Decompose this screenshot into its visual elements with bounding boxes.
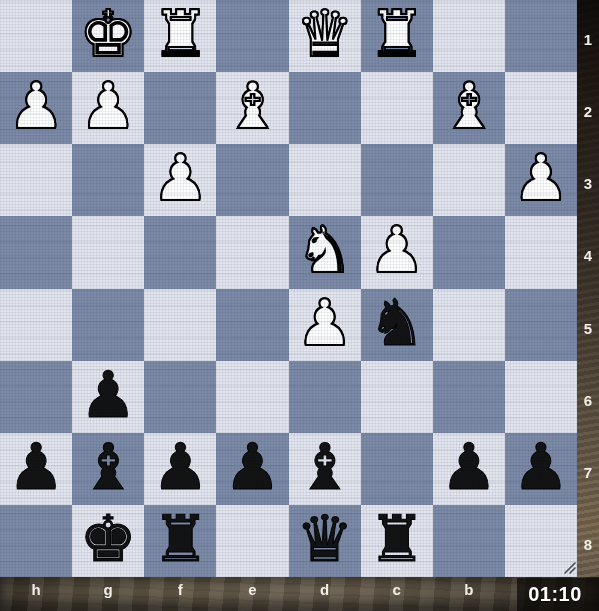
square-h6[interactable] [0, 361, 72, 433]
white-queen[interactable]: ♛ [296, 2, 353, 66]
black-pawn[interactable]: ♟ [440, 435, 497, 499]
file-label-g: g [98, 581, 118, 598]
file-label-f: f [170, 581, 190, 598]
square-a5[interactable] [505, 289, 577, 361]
square-a4[interactable] [505, 216, 577, 288]
square-g7[interactable]: ♝ [72, 433, 144, 505]
white-pawn[interactable]: ♟ [512, 146, 569, 210]
square-c4[interactable]: ♟ [361, 216, 433, 288]
rank-label-3: 3 [577, 175, 599, 192]
white-pawn[interactable]: ♟ [80, 74, 137, 138]
square-e8[interactable] [216, 505, 288, 577]
black-rook[interactable]: ♜ [368, 507, 425, 571]
white-bishop[interactable]: ♝ [440, 74, 497, 138]
file-label-h: h [26, 581, 46, 598]
square-d7[interactable]: ♝ [289, 433, 361, 505]
square-a6[interactable] [505, 361, 577, 433]
square-d2[interactable] [289, 72, 361, 144]
square-e5[interactable] [216, 289, 288, 361]
black-pawn[interactable]: ♟ [7, 435, 64, 499]
square-c7[interactable] [361, 433, 433, 505]
square-e2[interactable]: ♝ [216, 72, 288, 144]
square-g6[interactable]: ♟ [72, 361, 144, 433]
black-pawn[interactable]: ♟ [512, 435, 569, 499]
white-pawn[interactable]: ♟ [152, 146, 209, 210]
square-d3[interactable] [289, 144, 361, 216]
square-b4[interactable] [433, 216, 505, 288]
square-h5[interactable] [0, 289, 72, 361]
square-e7[interactable]: ♟ [216, 433, 288, 505]
white-pawn[interactable]: ♟ [368, 218, 425, 282]
frame-bottom-strip [0, 577, 599, 611]
square-b8[interactable] [433, 505, 505, 577]
chess-game-view: ♚♜♛♜♟♟♝♝♟♟♞♟♟♞♟♟♝♟♟♝♟♟♚♜♛♜ 12345678 hgfe… [0, 0, 599, 611]
square-e4[interactable] [216, 216, 288, 288]
black-pawn[interactable]: ♟ [224, 435, 281, 499]
square-d6[interactable] [289, 361, 361, 433]
frame-right-strip [577, 0, 599, 577]
square-b5[interactable] [433, 289, 505, 361]
square-b7[interactable]: ♟ [433, 433, 505, 505]
square-d8[interactable]: ♛ [289, 505, 361, 577]
square-h8[interactable] [0, 505, 72, 577]
square-e3[interactable] [216, 144, 288, 216]
square-c3[interactable] [361, 144, 433, 216]
white-pawn[interactable]: ♟ [7, 74, 64, 138]
square-h1[interactable] [0, 0, 72, 72]
white-pawn[interactable]: ♟ [296, 291, 353, 355]
square-a1[interactable] [505, 0, 577, 72]
black-bishop[interactable]: ♝ [80, 435, 137, 499]
square-c5[interactable]: ♞ [361, 289, 433, 361]
square-a3[interactable]: ♟ [505, 144, 577, 216]
file-label-e: e [242, 581, 262, 598]
chess-board[interactable]: ♚♜♛♜♟♟♝♝♟♟♞♟♟♞♟♟♝♟♟♝♟♟♚♜♛♜ [0, 0, 577, 577]
file-label-c: c [387, 581, 407, 598]
square-g2[interactable]: ♟ [72, 72, 144, 144]
clock-badge: 01:10 [517, 578, 599, 611]
square-h7[interactable]: ♟ [0, 433, 72, 505]
square-g5[interactable] [72, 289, 144, 361]
file-label-d: d [315, 581, 335, 598]
square-f2[interactable] [144, 72, 216, 144]
square-b2[interactable]: ♝ [433, 72, 505, 144]
white-king[interactable]: ♚ [80, 2, 137, 66]
rank-label-6: 6 [577, 392, 599, 409]
white-rook[interactable]: ♜ [152, 2, 209, 66]
square-f5[interactable] [144, 289, 216, 361]
square-f7[interactable]: ♟ [144, 433, 216, 505]
square-f3[interactable]: ♟ [144, 144, 216, 216]
square-a7[interactable]: ♟ [505, 433, 577, 505]
white-bishop[interactable]: ♝ [224, 74, 281, 138]
file-label-b: b [459, 581, 479, 598]
square-c1[interactable]: ♜ [361, 0, 433, 72]
rank-label-5: 5 [577, 320, 599, 337]
black-pawn[interactable]: ♟ [80, 363, 137, 427]
square-f8[interactable]: ♜ [144, 505, 216, 577]
clock-time: 01:10 [528, 583, 582, 606]
square-d4[interactable]: ♞ [289, 216, 361, 288]
square-g3[interactable] [72, 144, 144, 216]
square-f4[interactable] [144, 216, 216, 288]
square-g1[interactable]: ♚ [72, 0, 144, 72]
rank-label-8: 8 [577, 536, 599, 553]
square-f1[interactable]: ♜ [144, 0, 216, 72]
black-pawn[interactable]: ♟ [152, 435, 209, 499]
rank-label-7: 7 [577, 464, 599, 481]
square-c8[interactable]: ♜ [361, 505, 433, 577]
square-b1[interactable] [433, 0, 505, 72]
square-b6[interactable] [433, 361, 505, 433]
square-d1[interactable]: ♛ [289, 0, 361, 72]
square-e6[interactable] [216, 361, 288, 433]
black-king[interactable]: ♚ [80, 507, 137, 571]
black-knight[interactable]: ♞ [368, 291, 425, 355]
rank-label-1: 1 [577, 31, 599, 48]
square-a2[interactable] [505, 72, 577, 144]
square-g4[interactable] [72, 216, 144, 288]
black-queen[interactable]: ♛ [296, 507, 353, 571]
square-c6[interactable] [361, 361, 433, 433]
rank-label-2: 2 [577, 103, 599, 120]
square-b3[interactable] [433, 144, 505, 216]
square-e1[interactable] [216, 0, 288, 72]
square-d5[interactable]: ♟ [289, 289, 361, 361]
square-h4[interactable] [0, 216, 72, 288]
white-rook[interactable]: ♜ [368, 2, 425, 66]
square-g8[interactable]: ♚ [72, 505, 144, 577]
rank-label-4: 4 [577, 247, 599, 264]
square-h3[interactable] [0, 144, 72, 216]
board-resize-handle-icon[interactable] [562, 560, 578, 576]
square-h2[interactable]: ♟ [0, 72, 72, 144]
black-rook[interactable]: ♜ [152, 507, 209, 571]
square-f6[interactable] [144, 361, 216, 433]
white-knight[interactable]: ♞ [296, 218, 353, 282]
black-bishop[interactable]: ♝ [296, 435, 353, 499]
square-c2[interactable] [361, 72, 433, 144]
